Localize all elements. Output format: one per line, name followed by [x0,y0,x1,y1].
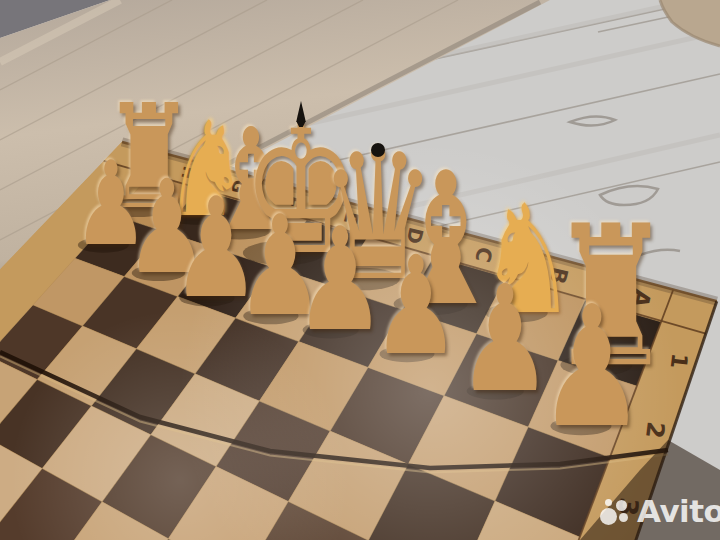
avito-logo-icon [597,493,633,529]
shadow-h2 [78,237,129,252]
avito-watermark: Avito [597,493,720,529]
shadow-h1 [108,199,169,217]
shadow-g2 [132,265,186,281]
watermark-text: Avito [637,496,720,527]
chess-set-photo: HGFEDCBA12345678 ♜♞♝♚♛♝♞♜♟♟♟♟♟♟♟♟ Avito [0,0,720,540]
shadow-g1 [167,207,225,224]
scene-background: HGFEDCBA12345678 [0,0,720,540]
